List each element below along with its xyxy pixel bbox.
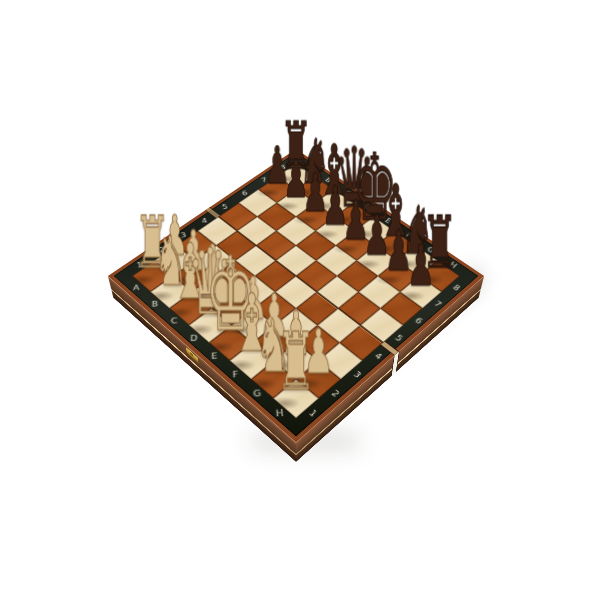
white-rook-glyph: ♜ <box>276 321 316 401</box>
black-pawn-glyph: ♟ <box>407 237 435 294</box>
photo-stage: AABBCCDDEEFFGGHH1122334455667788♜♞♝♛♚♝♞♜… <box>0 0 600 600</box>
chess-board: AABBCCDDEEFFGGHH1122334455667788♜♞♝♛♚♝♞♜… <box>108 149 484 442</box>
chessboard-scene: AABBCCDDEEFFGGHH1122334455667788♜♞♝♛♚♝♞♜… <box>0 0 600 600</box>
